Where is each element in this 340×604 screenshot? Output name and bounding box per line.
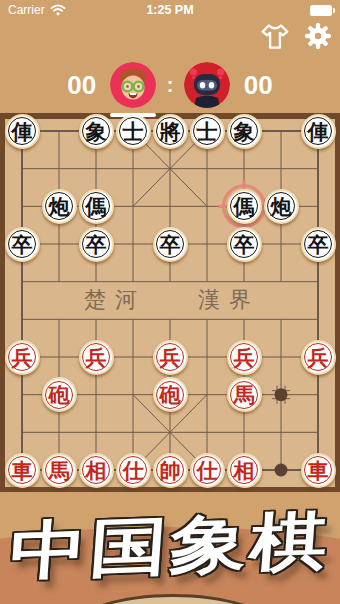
piece-char: 馬 bbox=[234, 384, 255, 405]
piece-rP[interactable]: 兵 bbox=[227, 340, 262, 375]
piece-rC[interactable]: 砲 bbox=[42, 377, 77, 412]
piece-char: 兵 bbox=[12, 347, 33, 368]
piece-char: 馬 bbox=[49, 460, 70, 481]
piece-char: 兵 bbox=[234, 347, 255, 368]
scoreboard: 00 : bbox=[0, 58, 340, 112]
piece-char: 士 bbox=[197, 121, 218, 142]
piece-char: 卒 bbox=[12, 234, 33, 255]
piece-rR[interactable]: 車 bbox=[301, 453, 336, 488]
piece-rP[interactable]: 兵 bbox=[301, 340, 336, 375]
piece-rA[interactable]: 仕 bbox=[190, 453, 225, 488]
right-player-score: 00 bbox=[240, 70, 276, 101]
piece-char: 仕 bbox=[197, 460, 218, 481]
piece-char: 士 bbox=[123, 121, 144, 142]
toolbar bbox=[260, 22, 332, 50]
left-player-avatar bbox=[110, 62, 156, 108]
piece-rB[interactable]: 相 bbox=[79, 453, 114, 488]
piece-char: 卒 bbox=[308, 234, 329, 255]
piece-char: 將 bbox=[160, 121, 181, 142]
score-separator: : bbox=[167, 74, 174, 97]
piece-char: 兵 bbox=[86, 347, 107, 368]
app-screen: Carrier 1:25 PM bbox=[0, 0, 340, 604]
piece-char: 車 bbox=[308, 460, 329, 481]
piece-char: 傌 bbox=[86, 196, 107, 217]
piece-rP[interactable]: 兵 bbox=[5, 340, 40, 375]
piece-char: 兵 bbox=[160, 347, 181, 368]
river-label-right: 漢界 bbox=[198, 285, 260, 315]
piece-char: 俥 bbox=[308, 121, 329, 142]
right-player-avatar bbox=[184, 62, 230, 108]
piece-rP[interactable]: 兵 bbox=[153, 340, 188, 375]
status-bar: Carrier 1:25 PM bbox=[0, 0, 340, 20]
piece-bC[interactable]: 炮 bbox=[42, 189, 77, 224]
piece-char: 傌 bbox=[234, 196, 255, 217]
piece-bP[interactable]: 卒 bbox=[79, 227, 114, 262]
piece-char: 象 bbox=[234, 121, 255, 142]
piece-char: 俥 bbox=[12, 121, 33, 142]
ninja-robot-icon bbox=[184, 62, 230, 108]
piece-rP[interactable]: 兵 bbox=[79, 340, 114, 375]
piece-rK[interactable]: 帥 bbox=[153, 453, 188, 488]
piece-bA[interactable]: 士 bbox=[116, 114, 151, 149]
piece-bB[interactable]: 象 bbox=[79, 114, 114, 149]
piece-bR[interactable]: 俥 bbox=[301, 114, 336, 149]
piece-char: 相 bbox=[234, 460, 255, 481]
piece-bP[interactable]: 卒 bbox=[5, 227, 40, 262]
clock: 1:25 PM bbox=[0, 3, 340, 17]
active-turn-indicator bbox=[110, 113, 156, 117]
app-title: 中国象棋 bbox=[0, 498, 340, 596]
piece-char: 炮 bbox=[271, 196, 292, 217]
piece-bK[interactable]: 將 bbox=[153, 114, 188, 149]
piece-bN[interactable]: 傌 bbox=[79, 189, 114, 224]
piece-bP[interactable]: 卒 bbox=[301, 227, 336, 262]
piece-char: 帥 bbox=[160, 460, 181, 481]
piece-char: 相 bbox=[86, 460, 107, 481]
board-grid bbox=[0, 113, 340, 492]
piece-bN[interactable]: 傌 bbox=[227, 189, 262, 224]
piece-char: 砲 bbox=[49, 384, 70, 405]
piece-char: 炮 bbox=[49, 196, 70, 217]
piece-bP[interactable]: 卒 bbox=[153, 227, 188, 262]
piece-rN[interactable]: 馬 bbox=[227, 377, 262, 412]
piece-char: 仕 bbox=[123, 460, 144, 481]
piece-bP[interactable]: 卒 bbox=[227, 227, 262, 262]
piece-char: 砲 bbox=[160, 384, 181, 405]
piece-bR[interactable]: 俥 bbox=[5, 114, 40, 149]
gear-icon[interactable] bbox=[304, 22, 332, 50]
battery-icon bbox=[310, 5, 332, 16]
piece-rA[interactable]: 仕 bbox=[116, 453, 151, 488]
piece-bC[interactable]: 炮 bbox=[264, 189, 299, 224]
piece-char: 卒 bbox=[86, 234, 107, 255]
piece-rC[interactable]: 砲 bbox=[153, 377, 188, 412]
piece-char: 卒 bbox=[234, 234, 255, 255]
river-label-left: 楚河 bbox=[84, 285, 146, 315]
memoji-face-icon bbox=[110, 62, 156, 108]
tshirt-icon[interactable] bbox=[260, 23, 290, 50]
piece-bB[interactable]: 象 bbox=[227, 114, 262, 149]
xiangqi-board[interactable]: 楚河 漢界 俥象士將士象俥炮傌傌炮卒卒卒卒卒兵兵兵兵兵砲砲馬車馬相仕帥仕相車 bbox=[0, 113, 340, 492]
piece-rB[interactable]: 相 bbox=[227, 453, 262, 488]
piece-char: 兵 bbox=[308, 347, 329, 368]
piece-bA[interactable]: 士 bbox=[190, 114, 225, 149]
piece-rN[interactable]: 馬 bbox=[42, 453, 77, 488]
left-player-score: 00 bbox=[64, 70, 100, 101]
piece-char: 象 bbox=[86, 121, 107, 142]
piece-rR[interactable]: 車 bbox=[5, 453, 40, 488]
piece-char: 卒 bbox=[160, 234, 181, 255]
piece-char: 車 bbox=[12, 460, 33, 481]
